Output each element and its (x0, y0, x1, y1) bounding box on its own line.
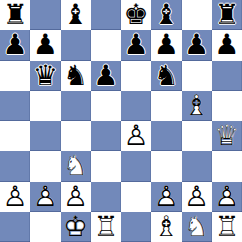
piece-glyph-solid: ♚ (121, 0, 151, 30)
piece-glyph-solid: ♞ (61, 61, 91, 91)
square-b6[interactable]: ♛ (30, 61, 60, 91)
piece-glyph-outline: ♙ (30, 182, 60, 212)
piece-glyph-solid: ♟ (121, 30, 151, 60)
piece-glyph-solid: ♜ (0, 0, 30, 30)
square-f1[interactable]: ♝♗ (151, 212, 181, 242)
square-d3[interactable] (91, 151, 121, 181)
square-a5[interactable] (0, 91, 30, 121)
square-c5[interactable] (61, 91, 91, 121)
square-f5[interactable] (151, 91, 181, 121)
piece-white-rook[interactable]: ♜♖ (212, 212, 242, 242)
square-g2[interactable]: ♟♙ (182, 182, 212, 212)
piece-white-pawn[interactable]: ♟♙ (61, 182, 91, 212)
piece-white-pawn[interactable]: ♟♙ (30, 182, 60, 212)
square-f2[interactable]: ♟♙ (151, 182, 181, 212)
square-g6[interactable] (182, 61, 212, 91)
piece-white-bishop[interactable]: ♝♗ (182, 91, 212, 121)
piece-glyph-solid: ♟ (91, 61, 121, 91)
square-f3[interactable] (151, 151, 181, 181)
square-e6[interactable] (121, 61, 151, 91)
square-b2[interactable]: ♟♙ (30, 182, 60, 212)
square-e2[interactable] (121, 182, 151, 212)
piece-black-rook[interactable]: ♜ (212, 0, 242, 30)
piece-black-king[interactable]: ♚ (121, 0, 151, 30)
piece-white-pawn[interactable]: ♟♙ (182, 182, 212, 212)
square-a8[interactable]: ♜ (0, 0, 30, 30)
square-g3[interactable] (182, 151, 212, 181)
square-e1[interactable] (121, 212, 151, 242)
square-b7[interactable]: ♟ (30, 30, 60, 60)
square-h8[interactable]: ♜ (212, 0, 242, 30)
square-a1[interactable] (0, 212, 30, 242)
square-g4[interactable] (182, 121, 212, 151)
square-e7[interactable]: ♟ (121, 30, 151, 60)
square-f4[interactable] (151, 121, 181, 151)
square-e8[interactable]: ♚ (121, 0, 151, 30)
square-e3[interactable] (121, 151, 151, 181)
piece-glyph-outline: ♗ (182, 91, 212, 121)
piece-glyph-outline: ♙ (212, 182, 242, 212)
piece-black-pawn[interactable]: ♟ (151, 30, 181, 60)
square-a2[interactable]: ♟♙ (0, 182, 30, 212)
square-c6[interactable]: ♞ (61, 61, 91, 91)
square-f8[interactable]: ♝ (151, 0, 181, 30)
piece-black-pawn[interactable]: ♟ (91, 61, 121, 91)
piece-glyph-outline: ♙ (0, 182, 30, 212)
piece-glyph-solid: ♝ (61, 0, 91, 30)
square-d7[interactable] (91, 30, 121, 60)
piece-black-knight[interactable]: ♞ (61, 61, 91, 91)
piece-glyph-solid: ♞ (151, 61, 181, 91)
piece-glyph-solid: ♟ (30, 30, 60, 60)
piece-glyph-outline: ♙ (121, 121, 151, 151)
square-d6[interactable]: ♟ (91, 61, 121, 91)
piece-white-rook[interactable]: ♜♖ (91, 212, 121, 242)
square-c1[interactable]: ♚♔ (61, 212, 91, 242)
piece-black-rook[interactable]: ♜ (0, 0, 30, 30)
piece-glyph-solid: ♜ (212, 0, 242, 30)
square-d1[interactable]: ♜♖ (91, 212, 121, 242)
square-g5[interactable]: ♝♗ (182, 91, 212, 121)
square-e4[interactable]: ♟♙ (121, 121, 151, 151)
square-b5[interactable] (30, 91, 60, 121)
square-c3[interactable]: ♞♘ (61, 151, 91, 181)
square-a3[interactable] (0, 151, 30, 181)
square-g1[interactable]: ♞♘ (182, 212, 212, 242)
square-a6[interactable] (0, 61, 30, 91)
square-b4[interactable] (30, 121, 60, 151)
square-d2[interactable] (91, 182, 121, 212)
square-b8[interactable] (30, 0, 60, 30)
piece-white-pawn[interactable]: ♟♙ (151, 182, 181, 212)
piece-glyph-solid: ♟ (212, 30, 242, 60)
piece-glyph-outline: ♔ (61, 212, 91, 242)
piece-black-pawn[interactable]: ♟ (0, 30, 30, 60)
piece-white-pawn[interactable]: ♟♙ (0, 182, 30, 212)
square-c2[interactable]: ♟♙ (61, 182, 91, 212)
square-c4[interactable] (61, 121, 91, 151)
piece-glyph-outline: ♘ (182, 212, 212, 242)
piece-white-bishop[interactable]: ♝♗ (151, 212, 181, 242)
square-h2[interactable]: ♟♙ (212, 182, 242, 212)
square-d5[interactable] (91, 91, 121, 121)
piece-glyph-solid: ♟ (151, 30, 181, 60)
piece-glyph-solid: ♝ (151, 0, 181, 30)
square-b3[interactable] (30, 151, 60, 181)
square-e5[interactable] (121, 91, 151, 121)
square-d8[interactable] (91, 0, 121, 30)
square-h5[interactable] (212, 91, 242, 121)
chess-board: ♜♝♚♝♜♟♟♟♟♟♟♛♞♟♞♝♗♟♙♛♕♞♘♟♙♟♙♟♙♟♙♟♙♟♙♚♔♜♖♝… (0, 0, 242, 242)
square-a7[interactable]: ♟ (0, 30, 30, 60)
piece-black-pawn[interactable]: ♟ (30, 30, 60, 60)
piece-black-knight[interactable]: ♞ (151, 61, 181, 91)
square-h4[interactable]: ♛♕ (212, 121, 242, 151)
square-h1[interactable]: ♜♖ (212, 212, 242, 242)
square-h7[interactable]: ♟ (212, 30, 242, 60)
piece-glyph-outline: ♘ (61, 151, 91, 181)
square-g7[interactable]: ♟ (182, 30, 212, 60)
square-d4[interactable] (91, 121, 121, 151)
piece-white-pawn[interactable]: ♟♙ (121, 121, 151, 151)
square-h3[interactable] (212, 151, 242, 181)
square-c8[interactable]: ♝ (61, 0, 91, 30)
piece-white-knight[interactable]: ♞♘ (61, 151, 91, 181)
piece-white-knight[interactable]: ♞♘ (182, 212, 212, 242)
piece-glyph-outline: ♙ (182, 182, 212, 212)
piece-glyph-outline: ♖ (91, 212, 121, 242)
piece-glyph-solid: ♟ (182, 30, 212, 60)
piece-glyph-outline: ♙ (61, 182, 91, 212)
square-f6[interactable]: ♞ (151, 61, 181, 91)
piece-black-bishop[interactable]: ♝ (61, 0, 91, 30)
piece-glyph-solid: ♟ (0, 30, 30, 60)
square-a4[interactable] (0, 121, 30, 151)
piece-white-queen[interactable]: ♛♕ (212, 121, 242, 151)
piece-black-queen[interactable]: ♛ (30, 61, 60, 91)
piece-glyph-outline: ♖ (212, 212, 242, 242)
square-c7[interactable] (61, 30, 91, 60)
piece-white-pawn[interactable]: ♟♙ (212, 182, 242, 212)
piece-black-pawn[interactable]: ♟ (121, 30, 151, 60)
piece-white-king[interactable]: ♚♔ (61, 212, 91, 242)
piece-black-pawn[interactable]: ♟ (182, 30, 212, 60)
square-b1[interactable] (30, 212, 60, 242)
piece-black-pawn[interactable]: ♟ (212, 30, 242, 60)
piece-glyph-outline: ♗ (151, 212, 181, 242)
piece-glyph-solid: ♛ (30, 61, 60, 91)
piece-glyph-outline: ♕ (212, 121, 242, 151)
square-f7[interactable]: ♟ (151, 30, 181, 60)
piece-glyph-outline: ♙ (151, 182, 181, 212)
square-h6[interactable] (212, 61, 242, 91)
square-g8[interactable] (182, 0, 212, 30)
piece-black-bishop[interactable]: ♝ (151, 0, 181, 30)
